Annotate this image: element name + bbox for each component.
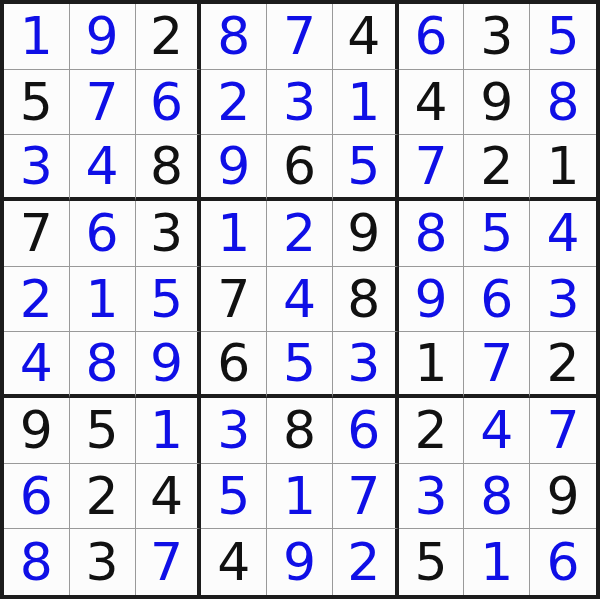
cell-r1c8[interactable]: 3 [464, 4, 530, 70]
cell-r6c6[interactable]: 3 [333, 332, 399, 398]
cell-r6c5[interactable]: 5 [267, 332, 333, 398]
cell-r8c2[interactable]: 2 [70, 464, 136, 530]
cell-r3c4[interactable]: 9 [201, 135, 267, 201]
cell-r1c2[interactable]: 9 [70, 4, 136, 70]
cell-r2c4[interactable]: 2 [201, 70, 267, 136]
cell-r4c9[interactable]: 4 [530, 201, 596, 267]
cell-r8c3[interactable]: 4 [136, 464, 202, 530]
cell-r9c6[interactable]: 2 [333, 529, 399, 595]
cell-r9c3[interactable]: 7 [136, 529, 202, 595]
cell-r4c5[interactable]: 2 [267, 201, 333, 267]
cell-r7c5[interactable]: 8 [267, 398, 333, 464]
cell-r3c2[interactable]: 4 [70, 135, 136, 201]
cell-r6c1[interactable]: 4 [4, 332, 70, 398]
cell-r9c1[interactable]: 8 [4, 529, 70, 595]
cell-r8c7[interactable]: 3 [399, 464, 465, 530]
cell-r8c4[interactable]: 5 [201, 464, 267, 530]
cell-r9c2[interactable]: 3 [70, 529, 136, 595]
cell-r4c8[interactable]: 5 [464, 201, 530, 267]
cell-r6c9[interactable]: 2 [530, 332, 596, 398]
cell-r8c9[interactable]: 9 [530, 464, 596, 530]
cell-r2c8[interactable]: 9 [464, 70, 530, 136]
cell-r3c6[interactable]: 5 [333, 135, 399, 201]
cell-r8c1[interactable]: 6 [4, 464, 70, 530]
cell-r1c1[interactable]: 1 [4, 4, 70, 70]
cell-r5c7[interactable]: 9 [399, 267, 465, 333]
cell-r5c2[interactable]: 1 [70, 267, 136, 333]
cell-r4c4[interactable]: 1 [201, 201, 267, 267]
cell-r4c6[interactable]: 9 [333, 201, 399, 267]
cell-r5c3[interactable]: 5 [136, 267, 202, 333]
cell-r7c7[interactable]: 2 [399, 398, 465, 464]
cell-r9c9[interactable]: 6 [530, 529, 596, 595]
cell-r7c1[interactable]: 9 [4, 398, 70, 464]
cell-r2c5[interactable]: 3 [267, 70, 333, 136]
cell-r1c4[interactable]: 8 [201, 4, 267, 70]
cell-r6c3[interactable]: 9 [136, 332, 202, 398]
cell-r8c6[interactable]: 7 [333, 464, 399, 530]
cell-r7c9[interactable]: 7 [530, 398, 596, 464]
cell-r8c5[interactable]: 1 [267, 464, 333, 530]
cell-r3c9[interactable]: 1 [530, 135, 596, 201]
cell-r2c1[interactable]: 5 [4, 70, 70, 136]
cell-r2c6[interactable]: 1 [333, 70, 399, 136]
cell-r1c6[interactable]: 4 [333, 4, 399, 70]
cell-r9c5[interactable]: 9 [267, 529, 333, 595]
cell-r7c6[interactable]: 6 [333, 398, 399, 464]
cell-r3c7[interactable]: 7 [399, 135, 465, 201]
cell-r7c4[interactable]: 3 [201, 398, 267, 464]
cell-r5c6[interactable]: 8 [333, 267, 399, 333]
cell-r4c1[interactable]: 7 [4, 201, 70, 267]
cell-r7c3[interactable]: 1 [136, 398, 202, 464]
cell-r3c3[interactable]: 8 [136, 135, 202, 201]
cell-r2c2[interactable]: 7 [70, 70, 136, 136]
cell-r6c2[interactable]: 8 [70, 332, 136, 398]
cell-r1c7[interactable]: 6 [399, 4, 465, 70]
cell-r9c7[interactable]: 5 [399, 529, 465, 595]
cell-r4c7[interactable]: 8 [399, 201, 465, 267]
cell-r3c5[interactable]: 6 [267, 135, 333, 201]
cell-r6c8[interactable]: 7 [464, 332, 530, 398]
cell-r8c8[interactable]: 8 [464, 464, 530, 530]
cell-r4c2[interactable]: 6 [70, 201, 136, 267]
sudoku-board: 1928746355762314983489657217631298542157… [0, 0, 600, 599]
cell-r3c8[interactable]: 2 [464, 135, 530, 201]
cell-r5c9[interactable]: 3 [530, 267, 596, 333]
cell-r5c5[interactable]: 4 [267, 267, 333, 333]
cell-r1c5[interactable]: 7 [267, 4, 333, 70]
cell-r7c2[interactable]: 5 [70, 398, 136, 464]
cell-r5c4[interactable]: 7 [201, 267, 267, 333]
cell-r5c8[interactable]: 6 [464, 267, 530, 333]
cell-r2c7[interactable]: 4 [399, 70, 465, 136]
cell-r5c1[interactable]: 2 [4, 267, 70, 333]
cell-r6c7[interactable]: 1 [399, 332, 465, 398]
cell-r2c3[interactable]: 6 [136, 70, 202, 136]
cell-r7c8[interactable]: 4 [464, 398, 530, 464]
cell-r1c9[interactable]: 5 [530, 4, 596, 70]
cell-r6c4[interactable]: 6 [201, 332, 267, 398]
cell-r9c8[interactable]: 1 [464, 529, 530, 595]
cell-r2c9[interactable]: 8 [530, 70, 596, 136]
cell-r3c1[interactable]: 3 [4, 135, 70, 201]
cell-r9c4[interactable]: 4 [201, 529, 267, 595]
cell-r4c3[interactable]: 3 [136, 201, 202, 267]
cell-r1c3[interactable]: 2 [136, 4, 202, 70]
